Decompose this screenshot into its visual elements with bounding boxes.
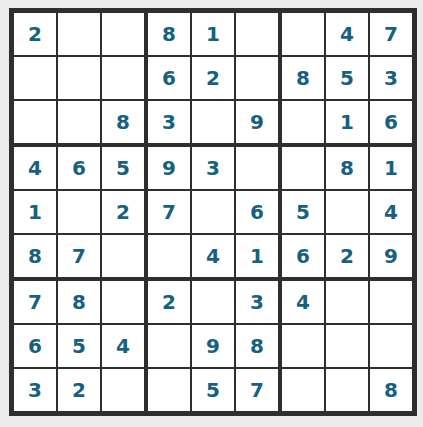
cell-r5c6-given[interactable]: 6 [236,191,282,235]
cell-r5c2-empty[interactable] [58,191,102,235]
cell-r3c3-given[interactable]: 8 [102,101,148,147]
cell-r9c6-given[interactable]: 7 [236,369,282,411]
cell-r2c7-given[interactable]: 8 [282,57,326,101]
cell-r9c5-given[interactable]: 5 [192,369,236,411]
cell-r4c5-given[interactable]: 3 [192,147,236,191]
cell-r8c4-empty[interactable] [148,325,192,369]
cell-r3c8-given[interactable]: 1 [326,101,370,147]
cell-r7c2-given[interactable]: 8 [58,281,102,325]
cell-r9c7-empty[interactable] [282,369,326,411]
cell-r1c3-empty[interactable] [102,13,148,57]
cell-r8c1-given[interactable]: 6 [14,325,58,369]
cell-r2c1-empty[interactable] [14,57,58,101]
cell-r2c9-given[interactable]: 3 [370,57,412,101]
sudoku-board: 2814762853839164659381127654874162978234… [9,8,417,416]
cell-r4c2-given[interactable]: 6 [58,147,102,191]
cell-r6c3-empty[interactable] [102,235,148,281]
cell-r2c8-given[interactable]: 5 [326,57,370,101]
cell-r3c2-empty[interactable] [58,101,102,147]
cell-r6c5-given[interactable]: 4 [192,235,236,281]
cell-r5c7-given[interactable]: 5 [282,191,326,235]
cell-r7c5-empty[interactable] [192,281,236,325]
cell-r3c6-given[interactable]: 9 [236,101,282,147]
cell-r3c9-given[interactable]: 6 [370,101,412,147]
cell-r2c3-empty[interactable] [102,57,148,101]
cell-r4c7-empty[interactable] [282,147,326,191]
cell-r2c4-given[interactable]: 6 [148,57,192,101]
cell-r9c9-given[interactable]: 8 [370,369,412,411]
cell-r4c4-given[interactable]: 9 [148,147,192,191]
cell-r8c2-given[interactable]: 5 [58,325,102,369]
cell-r4c3-given[interactable]: 5 [102,147,148,191]
cell-r1c1-given[interactable]: 2 [14,13,58,57]
cell-r6c1-given[interactable]: 8 [14,235,58,281]
cell-r7c8-empty[interactable] [326,281,370,325]
cell-r4c8-given[interactable]: 8 [326,147,370,191]
cell-r4c1-given[interactable]: 4 [14,147,58,191]
cell-r7c7-given[interactable]: 4 [282,281,326,325]
cell-r1c7-empty[interactable] [282,13,326,57]
cell-r5c3-given[interactable]: 2 [102,191,148,235]
cell-r6c8-given[interactable]: 2 [326,235,370,281]
cell-r4c9-given[interactable]: 1 [370,147,412,191]
cell-r3c7-empty[interactable] [282,101,326,147]
cell-r6c6-given[interactable]: 1 [236,235,282,281]
cell-r8c9-empty[interactable] [370,325,412,369]
cell-r8c6-given[interactable]: 8 [236,325,282,369]
cell-r7c1-given[interactable]: 7 [14,281,58,325]
cell-r3c4-given[interactable]: 3 [148,101,192,147]
cell-r3c5-empty[interactable] [192,101,236,147]
cell-r8c7-empty[interactable] [282,325,326,369]
cell-r1c5-given[interactable]: 1 [192,13,236,57]
cell-r5c1-given[interactable]: 1 [14,191,58,235]
cell-r9c8-empty[interactable] [326,369,370,411]
cell-r5c5-empty[interactable] [192,191,236,235]
cell-r1c6-empty[interactable] [236,13,282,57]
cell-r8c5-given[interactable]: 9 [192,325,236,369]
cell-r2c5-given[interactable]: 2 [192,57,236,101]
cell-r2c2-empty[interactable] [58,57,102,101]
cell-r7c6-given[interactable]: 3 [236,281,282,325]
cell-r9c2-given[interactable]: 2 [58,369,102,411]
cell-r7c3-empty[interactable] [102,281,148,325]
page-background: 2814762853839164659381127654874162978234… [0,0,423,416]
cell-r8c8-empty[interactable] [326,325,370,369]
cell-r5c4-given[interactable]: 7 [148,191,192,235]
cell-r2c6-empty[interactable] [236,57,282,101]
cell-r8c3-given[interactable]: 4 [102,325,148,369]
cell-r9c1-given[interactable]: 3 [14,369,58,411]
cell-r6c7-given[interactable]: 6 [282,235,326,281]
cell-r6c4-empty[interactable] [148,235,192,281]
cell-r9c3-empty[interactable] [102,369,148,411]
cell-r4c6-empty[interactable] [236,147,282,191]
cell-r5c8-empty[interactable] [326,191,370,235]
cell-r6c2-given[interactable]: 7 [58,235,102,281]
cell-r1c4-given[interactable]: 8 [148,13,192,57]
cell-r9c4-empty[interactable] [148,369,192,411]
cell-r6c9-given[interactable]: 9 [370,235,412,281]
cell-r5c9-given[interactable]: 4 [370,191,412,235]
cell-r7c9-empty[interactable] [370,281,412,325]
cell-r3c1-empty[interactable] [14,101,58,147]
cell-r7c4-given[interactable]: 2 [148,281,192,325]
cell-r1c9-given[interactable]: 7 [370,13,412,57]
cell-r1c2-empty[interactable] [58,13,102,57]
cell-r1c8-given[interactable]: 4 [326,13,370,57]
